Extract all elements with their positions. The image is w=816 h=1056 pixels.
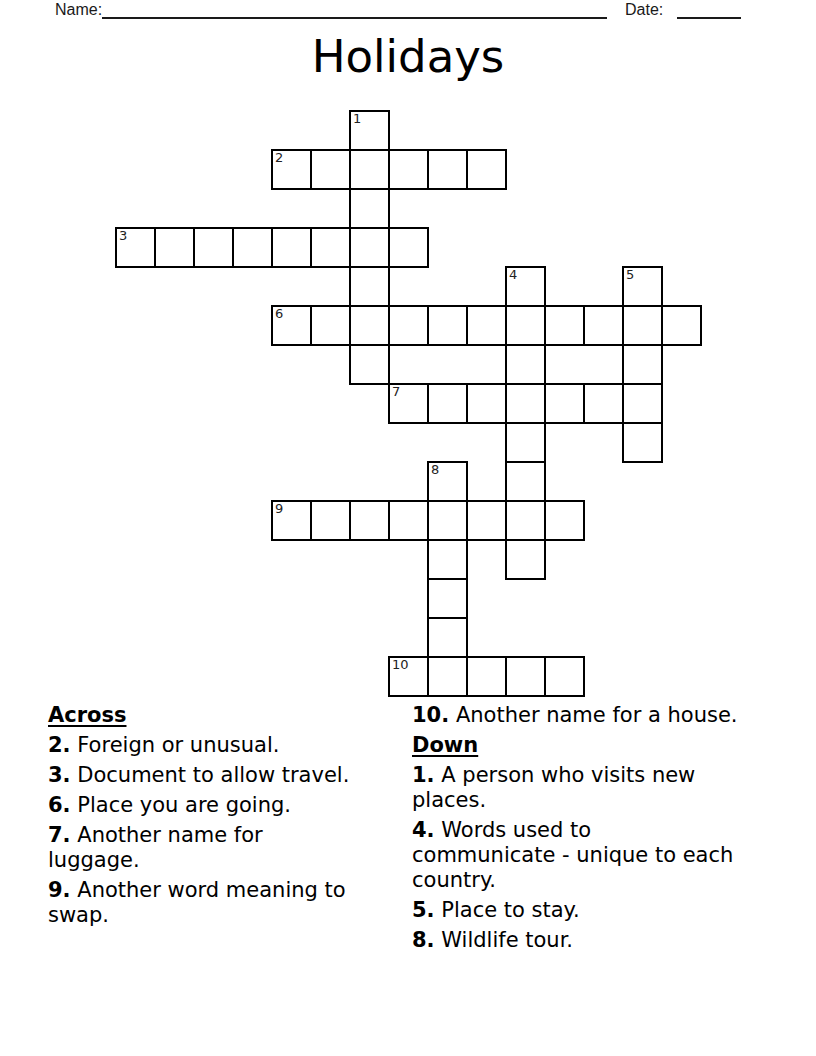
grid-cell-r10c7[interactable] xyxy=(388,500,429,541)
grid-cell-r3c6[interactable] xyxy=(349,227,390,268)
clue-across-2-number: 2. xyxy=(48,733,71,757)
down-heading: Down xyxy=(412,733,790,758)
clue-across-7-text: Another name for luggage. xyxy=(48,823,263,872)
grid-cell-r7c10[interactable] xyxy=(505,383,546,424)
name-blank-line[interactable] xyxy=(102,0,607,19)
grid-cell-r11c8[interactable] xyxy=(427,539,468,580)
grid-cell-r9c8[interactable]: 8 xyxy=(427,461,468,502)
grid-cell-r6c13[interactable] xyxy=(622,344,663,385)
grid-cell-r12c8[interactable] xyxy=(427,578,468,619)
clue-across-10-text: Another name for a house. xyxy=(456,703,738,727)
clue-down-5-text: Place to stay. xyxy=(441,898,579,922)
grid-cell-r7c13[interactable] xyxy=(622,383,663,424)
clues-left-column: Across 2. Foreign or unusual. 3. Documen… xyxy=(48,703,400,933)
clue-across-9-number: 9. xyxy=(48,878,71,902)
cell-number: 2 xyxy=(275,151,283,165)
grid-cell-r10c10[interactable] xyxy=(505,500,546,541)
grid-cell-r3c7[interactable] xyxy=(388,227,429,268)
clue-down-1-number: 1. xyxy=(412,763,435,787)
grid-cell-r5c13[interactable] xyxy=(622,305,663,346)
cell-number: 7 xyxy=(392,385,400,399)
date-blank-line[interactable] xyxy=(677,0,741,19)
clue-across-3-number: 3. xyxy=(48,763,71,787)
grid-cell-r7c7[interactable]: 7 xyxy=(388,383,429,424)
grid-cell-r7c8[interactable] xyxy=(427,383,468,424)
clue-across-2: 2. Foreign or unusual. xyxy=(48,733,400,758)
grid-cell-r5c6[interactable] xyxy=(349,305,390,346)
grid-cell-r9c10[interactable] xyxy=(505,461,546,502)
grid-cell-r14c9[interactable] xyxy=(466,656,507,697)
grid-cell-r8c10[interactable] xyxy=(505,422,546,463)
grid-cell-r1c9[interactable] xyxy=(466,149,507,190)
grid-cell-r5c10[interactable] xyxy=(505,305,546,346)
grid-cell-r3c1[interactable] xyxy=(154,227,195,268)
grid-cell-r3c4[interactable] xyxy=(271,227,312,268)
clue-across-7: 7. Another name for luggage. xyxy=(48,823,400,873)
grid-cell-r5c14[interactable] xyxy=(661,305,702,346)
cell-number: 3 xyxy=(119,229,127,243)
grid-cell-r8c13[interactable] xyxy=(622,422,663,463)
grid-cell-r5c8[interactable] xyxy=(427,305,468,346)
grid-cell-r10c5[interactable] xyxy=(310,500,351,541)
cell-number: 10 xyxy=(392,658,409,672)
grid-cell-r7c11[interactable] xyxy=(544,383,585,424)
grid-cell-r1c8[interactable] xyxy=(427,149,468,190)
grid-cell-r10c9[interactable] xyxy=(466,500,507,541)
grid-cell-r0c6[interactable]: 1 xyxy=(349,110,390,151)
grid-cell-r14c7[interactable]: 10 xyxy=(388,656,429,697)
clue-across-6-number: 6. xyxy=(48,793,71,817)
grid-cell-r1c4[interactable]: 2 xyxy=(271,149,312,190)
grid-cell-r7c9[interactable] xyxy=(466,383,507,424)
clue-across-10-number: 10. xyxy=(412,703,449,727)
grid-cell-r5c7[interactable] xyxy=(388,305,429,346)
clues-right-column: 10. Another name for a house. Down 1. A … xyxy=(412,703,790,958)
grid-cell-r1c5[interactable] xyxy=(310,149,351,190)
clue-across-3-text: Document to allow travel. xyxy=(77,763,349,787)
grid-cell-r11c10[interactable] xyxy=(505,539,546,580)
clue-down-5: 5. Place to stay. xyxy=(412,898,790,923)
grid-cell-r10c4[interactable]: 9 xyxy=(271,500,312,541)
grid-cell-r1c7[interactable] xyxy=(388,149,429,190)
grid-cell-r14c8[interactable] xyxy=(427,656,468,697)
grid-cell-r4c13[interactable]: 5 xyxy=(622,266,663,307)
worksheet-page: Name: Date: Holidays 12345678910 Across … xyxy=(0,0,816,1056)
grid-cell-r3c5[interactable] xyxy=(310,227,351,268)
clue-down-4: 4. Words used to communicate - unique to… xyxy=(412,818,790,893)
clue-across-6: 6. Place you are going. xyxy=(48,793,400,818)
grid-cell-r3c2[interactable] xyxy=(193,227,234,268)
clue-down-8-number: 8. xyxy=(412,928,435,952)
name-label: Name: xyxy=(55,1,102,19)
clue-down-1: 1. A person who visits new places. xyxy=(412,763,790,813)
cell-number: 6 xyxy=(275,307,283,321)
grid-cell-r3c3[interactable] xyxy=(232,227,273,268)
clue-across-7-number: 7. xyxy=(48,823,71,847)
clue-across-10: 10. Another name for a house. xyxy=(412,703,790,728)
clue-across-2-text: Foreign or unusual. xyxy=(77,733,279,757)
clue-across-6-text: Place you are going. xyxy=(77,793,291,817)
clue-down-1-text: A person who visits new places. xyxy=(412,763,695,812)
clue-down-8-text: Wildlife tour. xyxy=(441,928,573,952)
grid-cell-r6c6[interactable] xyxy=(349,344,390,385)
clue-down-8: 8. Wildlife tour. xyxy=(412,928,790,953)
clue-down-4-number: 4. xyxy=(412,818,435,842)
clue-across-9: 9. Another word meaning to swap. xyxy=(48,878,400,928)
grid-cell-r14c10[interactable] xyxy=(505,656,546,697)
grid-cell-r5c12[interactable] xyxy=(583,305,624,346)
grid-cell-r6c10[interactable] xyxy=(505,344,546,385)
grid-cell-r5c9[interactable] xyxy=(466,305,507,346)
cell-number: 5 xyxy=(626,268,634,282)
puzzle-title: Holidays xyxy=(0,30,816,84)
cell-number: 4 xyxy=(509,268,517,282)
grid-cell-r10c8[interactable] xyxy=(427,500,468,541)
grid-cell-r1c6[interactable] xyxy=(349,149,390,190)
across-heading: Across xyxy=(48,703,400,728)
grid-cell-r5c11[interactable] xyxy=(544,305,585,346)
grid-cell-r4c10[interactable]: 4 xyxy=(505,266,546,307)
grid-cell-r5c4[interactable]: 6 xyxy=(271,305,312,346)
date-label: Date: xyxy=(625,1,663,19)
clue-across-3: 3. Document to allow travel. xyxy=(48,763,400,788)
clue-down-5-number: 5. xyxy=(412,898,435,922)
grid-cell-r4c6[interactable] xyxy=(349,266,390,307)
grid-cell-r14c11[interactable] xyxy=(544,656,585,697)
clue-across-9-text: Another word meaning to swap. xyxy=(48,878,346,927)
crossword-grid: 12345678910 xyxy=(115,110,702,697)
worksheet-header: Name: Date: xyxy=(0,0,816,24)
cell-number: 1 xyxy=(353,112,361,126)
grid-cell-r10c11[interactable] xyxy=(544,500,585,541)
grid-cell-r3c0[interactable]: 3 xyxy=(115,227,156,268)
cell-number: 9 xyxy=(275,502,283,516)
grid-cell-r10c6[interactable] xyxy=(349,500,390,541)
grid-cell-r13c8[interactable] xyxy=(427,617,468,658)
grid-cell-r5c5[interactable] xyxy=(310,305,351,346)
grid-cell-r2c6[interactable] xyxy=(349,188,390,229)
cell-number: 8 xyxy=(431,463,439,477)
grid-cell-r7c12[interactable] xyxy=(583,383,624,424)
clue-down-4-text: Words used to communicate - unique to ea… xyxy=(412,818,733,892)
